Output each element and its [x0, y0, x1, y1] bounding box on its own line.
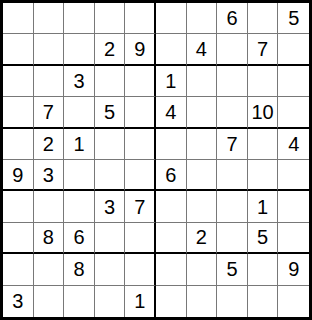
cell-r1c2[interactable]: [34, 3, 65, 34]
cell-r8c2[interactable]: 8: [34, 223, 65, 254]
cell-r4c10[interactable]: [278, 97, 309, 128]
cell-r3c4[interactable]: [95, 66, 126, 97]
cell-r7c2[interactable]: [34, 191, 65, 222]
cell-r2c1[interactable]: [3, 34, 34, 65]
cell-r8c3[interactable]: 6: [64, 223, 95, 254]
cell-r2c7[interactable]: 4: [187, 34, 218, 65]
cell-r9c10[interactable]: 9: [278, 254, 309, 285]
cell-r10c6[interactable]: [156, 286, 187, 317]
cell-r3c8[interactable]: [217, 66, 248, 97]
cell-r5c4[interactable]: [95, 129, 126, 160]
cell-r5c10[interactable]: 4: [278, 129, 309, 160]
cell-r10c4[interactable]: [95, 286, 126, 317]
cell-r8c6[interactable]: [156, 223, 187, 254]
cell-r1c3[interactable]: [64, 3, 95, 34]
cell-r1c10[interactable]: 5: [278, 3, 309, 34]
cell-r5c3[interactable]: 1: [64, 129, 95, 160]
cell-r7c6[interactable]: [156, 191, 187, 222]
cell-r10c7[interactable]: [187, 286, 218, 317]
cell-r7c10[interactable]: [278, 191, 309, 222]
cell-r8c4[interactable]: [95, 223, 126, 254]
cell-r4c1[interactable]: [3, 97, 34, 128]
cell-r2c8[interactable]: [217, 34, 248, 65]
cell-r5c7[interactable]: [187, 129, 218, 160]
cell-r4c6[interactable]: 4: [156, 97, 187, 128]
cell-r1c7[interactable]: [187, 3, 218, 34]
cell-r9c9[interactable]: [248, 254, 279, 285]
cell-r3c5[interactable]: [125, 66, 156, 97]
cell-r7c7[interactable]: [187, 191, 218, 222]
cell-r7c1[interactable]: [3, 191, 34, 222]
cell-r3c9[interactable]: [248, 66, 279, 97]
cell-r1c6[interactable]: [156, 3, 187, 34]
cell-r1c9[interactable]: [248, 3, 279, 34]
cell-r2c3[interactable]: [64, 34, 95, 65]
cell-r5c1[interactable]: [3, 129, 34, 160]
cell-r8c9[interactable]: 5: [248, 223, 279, 254]
cell-r3c2[interactable]: [34, 66, 65, 97]
cell-r6c8[interactable]: [217, 160, 248, 191]
cell-r6c5[interactable]: [125, 160, 156, 191]
cell-r4c9[interactable]: 10: [248, 97, 279, 128]
cell-r6c7[interactable]: [187, 160, 218, 191]
cell-r3c1[interactable]: [3, 66, 34, 97]
cell-r7c4[interactable]: 3: [95, 191, 126, 222]
cell-r6c4[interactable]: [95, 160, 126, 191]
cell-r4c7[interactable]: [187, 97, 218, 128]
cell-r8c1[interactable]: [3, 223, 34, 254]
cell-r2c10[interactable]: [278, 34, 309, 65]
cell-r10c3[interactable]: [64, 286, 95, 317]
cell-r5c8[interactable]: 7: [217, 129, 248, 160]
cell-r2c5[interactable]: 9: [125, 34, 156, 65]
cell-r5c5[interactable]: [125, 129, 156, 160]
cell-r2c4[interactable]: 2: [95, 34, 126, 65]
cell-r6c1[interactable]: 9: [3, 160, 34, 191]
cell-r5c6[interactable]: [156, 129, 187, 160]
cell-r4c5[interactable]: [125, 97, 156, 128]
cell-r9c7[interactable]: [187, 254, 218, 285]
cell-r7c9[interactable]: 1: [248, 191, 279, 222]
cell-r8c8[interactable]: [217, 223, 248, 254]
cell-r8c7[interactable]: 2: [187, 223, 218, 254]
cell-r8c5[interactable]: [125, 223, 156, 254]
cell-r9c4[interactable]: [95, 254, 126, 285]
cell-r9c1[interactable]: [3, 254, 34, 285]
cell-r6c6[interactable]: 6: [156, 160, 187, 191]
cell-r1c4[interactable]: [95, 3, 126, 34]
cell-r4c3[interactable]: [64, 97, 95, 128]
cell-r10c10[interactable]: [278, 286, 309, 317]
cell-r9c8[interactable]: 5: [217, 254, 248, 285]
cell-r10c2[interactable]: [34, 286, 65, 317]
cell-r2c9[interactable]: 7: [248, 34, 279, 65]
cell-r9c3[interactable]: 8: [64, 254, 95, 285]
cell-r6c3[interactable]: [64, 160, 95, 191]
cell-r3c6[interactable]: 1: [156, 66, 187, 97]
cell-r3c7[interactable]: [187, 66, 218, 97]
cell-r9c5[interactable]: [125, 254, 156, 285]
cell-r4c2[interactable]: 7: [34, 97, 65, 128]
cell-r6c9[interactable]: [248, 160, 279, 191]
cell-r1c1[interactable]: [3, 3, 34, 34]
cell-r10c5[interactable]: 1: [125, 286, 156, 317]
cell-r3c10[interactable]: [278, 66, 309, 97]
cell-r2c6[interactable]: [156, 34, 187, 65]
cell-r4c8[interactable]: [217, 97, 248, 128]
cell-r7c8[interactable]: [217, 191, 248, 222]
cell-r2c2[interactable]: [34, 34, 65, 65]
cell-r8c10[interactable]: [278, 223, 309, 254]
cell-r5c2[interactable]: 2: [34, 129, 65, 160]
cell-r10c8[interactable]: [217, 286, 248, 317]
cell-r6c10[interactable]: [278, 160, 309, 191]
cell-r1c8[interactable]: 6: [217, 3, 248, 34]
cell-r10c9[interactable]: [248, 286, 279, 317]
cell-r6c2[interactable]: 3: [34, 160, 65, 191]
cell-r5c9[interactable]: [248, 129, 279, 160]
cell-r3c3[interactable]: 3: [64, 66, 95, 97]
cell-r9c6[interactable]: [156, 254, 187, 285]
cell-r7c5[interactable]: 7: [125, 191, 156, 222]
cell-r9c2[interactable]: [34, 254, 65, 285]
sudoku-board: 65294731754102174936371862585931: [0, 0, 312, 320]
cell-r1c5[interactable]: [125, 3, 156, 34]
cell-r7c3[interactable]: [64, 191, 95, 222]
cell-r4c4[interactable]: 5: [95, 97, 126, 128]
cell-r10c1[interactable]: 3: [3, 286, 34, 317]
